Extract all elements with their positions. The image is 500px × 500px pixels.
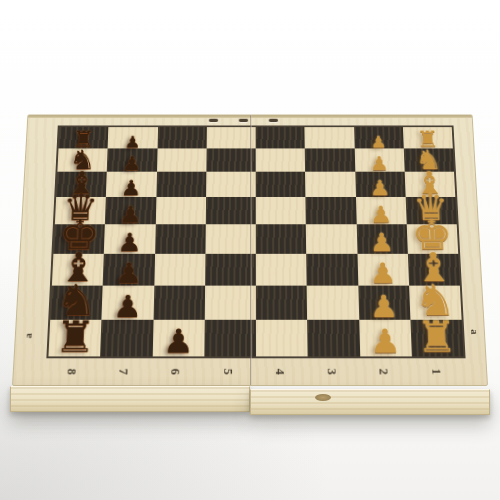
piece-black-pawn: ♟ bbox=[115, 259, 143, 287]
piece-white-bishop: ♝ bbox=[414, 168, 445, 198]
square-d8: ♛ bbox=[55, 197, 106, 224]
square-g4 bbox=[256, 286, 307, 320]
piece-white-bishop: ♝ bbox=[414, 248, 454, 288]
square-d1: ♛ bbox=[405, 197, 456, 224]
square-g3 bbox=[307, 286, 359, 320]
square-c6 bbox=[156, 172, 206, 197]
square-g7: ♟ bbox=[102, 286, 154, 320]
piece-black-bishop: ♝ bbox=[66, 168, 97, 198]
rank-labels: 87654321 bbox=[45, 364, 462, 379]
file-letter-right: a bbox=[468, 329, 480, 334]
square-h5 bbox=[204, 320, 256, 357]
square-a6 bbox=[157, 127, 207, 148]
square-d5 bbox=[206, 197, 256, 224]
square-g1: ♞ bbox=[409, 286, 462, 320]
photo-backdrop: ♜♟♟♜♞♟♟♞♝♟♟♝♛♟♟♛♚♟♟♚♝♟♟♝♞♟♟♞♜♟♟♜ 8765432… bbox=[0, 0, 500, 500]
square-b5 bbox=[206, 148, 256, 171]
square-b4 bbox=[256, 148, 306, 171]
square-g6 bbox=[153, 286, 205, 320]
square-e2: ♟ bbox=[356, 224, 407, 254]
square-a4 bbox=[256, 127, 305, 148]
square-d4 bbox=[256, 197, 306, 224]
rank-label-5: 5 bbox=[220, 369, 236, 375]
piece-white-knight: ♞ bbox=[415, 147, 442, 174]
piece-white-pawn: ♟ bbox=[370, 154, 389, 173]
square-b8: ♞ bbox=[57, 148, 107, 171]
square-d3 bbox=[306, 197, 357, 224]
piece-black-pawn: ♟ bbox=[119, 203, 142, 226]
square-c2: ♟ bbox=[355, 172, 406, 197]
rank-label-2: 2 bbox=[376, 369, 392, 375]
square-c7: ♟ bbox=[106, 172, 156, 197]
square-h1: ♜ bbox=[410, 320, 463, 357]
square-e6 bbox=[155, 224, 206, 254]
square-b7: ♟ bbox=[107, 148, 157, 171]
piece-black-pawn: ♟ bbox=[121, 178, 142, 199]
square-h3 bbox=[307, 320, 359, 357]
hinge-icon bbox=[269, 119, 278, 122]
piece-black-pawn: ♟ bbox=[117, 231, 142, 256]
square-b2: ♟ bbox=[354, 148, 404, 171]
piece-black-knight: ♞ bbox=[55, 278, 98, 321]
square-f8: ♝ bbox=[52, 254, 104, 286]
piece-black-pawn: ♟ bbox=[163, 325, 195, 358]
square-a5 bbox=[206, 127, 255, 148]
square-h7 bbox=[100, 320, 153, 357]
board-grid: ♜♟♟♜♞♟♟♞♝♟♟♝♛♟♟♛♚♟♟♚♝♟♟♝♞♟♟♞♜♟♟♜ bbox=[46, 125, 465, 358]
square-a8: ♜ bbox=[59, 127, 109, 148]
square-e1: ♚ bbox=[406, 224, 458, 254]
piece-white-pawn: ♟ bbox=[369, 259, 397, 287]
board-side-edge bbox=[10, 386, 490, 412]
board-side-right-half bbox=[250, 389, 490, 415]
square-a3 bbox=[305, 127, 355, 148]
square-g2: ♟ bbox=[358, 286, 410, 320]
piece-white-pawn: ♟ bbox=[370, 178, 391, 199]
square-a1: ♜ bbox=[403, 127, 453, 148]
rank-label-1: 1 bbox=[428, 369, 444, 375]
square-f7: ♟ bbox=[103, 254, 155, 286]
square-d2: ♟ bbox=[356, 197, 407, 224]
square-g5 bbox=[204, 286, 255, 320]
square-f6 bbox=[154, 254, 205, 286]
square-a2: ♟ bbox=[354, 127, 404, 148]
piece-black-rook: ♜ bbox=[72, 128, 95, 150]
square-f4 bbox=[256, 254, 307, 286]
square-b3 bbox=[305, 148, 355, 171]
square-g8: ♞ bbox=[50, 286, 103, 320]
square-e4 bbox=[256, 224, 307, 254]
piece-white-rook: ♜ bbox=[416, 128, 439, 150]
rank-label-4: 4 bbox=[272, 369, 288, 375]
square-c3 bbox=[305, 172, 355, 197]
hinge-icon bbox=[209, 119, 218, 122]
rank-label-7: 7 bbox=[116, 369, 132, 375]
square-e7: ♟ bbox=[104, 224, 155, 254]
square-f5 bbox=[205, 254, 256, 286]
piece-black-knight: ♞ bbox=[69, 147, 96, 174]
piece-white-pawn: ♟ bbox=[370, 203, 393, 226]
piece-black-bishop: ♝ bbox=[58, 248, 98, 288]
square-c5 bbox=[206, 172, 256, 197]
square-c4 bbox=[256, 172, 306, 197]
square-h6: ♟ bbox=[152, 320, 204, 357]
file-letter-left: a bbox=[21, 333, 33, 338]
square-f3 bbox=[306, 254, 357, 286]
square-d7: ♟ bbox=[105, 197, 156, 224]
square-d6 bbox=[155, 197, 206, 224]
rank-label-3: 3 bbox=[324, 369, 340, 375]
square-e8: ♚ bbox=[53, 224, 105, 254]
rank-label-6: 6 bbox=[168, 369, 184, 375]
piece-black-rook: ♜ bbox=[54, 315, 97, 358]
square-f1: ♝ bbox=[408, 254, 460, 286]
piece-white-pawn: ♟ bbox=[369, 325, 401, 358]
latch-knot bbox=[315, 394, 331, 401]
fold-seam bbox=[250, 115, 252, 385]
board-top-surface: ♜♟♟♜♞♟♟♞♝♟♟♝♛♟♟♛♚♟♟♚♝♟♟♝♞♟♟♞♜♟♟♜ 8765432… bbox=[12, 115, 488, 386]
square-h2: ♟ bbox=[359, 320, 412, 357]
board-side-left-half bbox=[10, 386, 250, 412]
hinge-icon bbox=[239, 119, 248, 122]
piece-white-pawn: ♟ bbox=[369, 291, 399, 322]
square-c8: ♝ bbox=[56, 172, 107, 197]
square-b1: ♞ bbox=[404, 148, 454, 171]
piece-black-pawn: ♟ bbox=[113, 291, 143, 322]
square-h4 bbox=[256, 320, 308, 357]
square-c1: ♝ bbox=[404, 172, 455, 197]
piece-black-pawn: ♟ bbox=[122, 154, 141, 173]
square-f2: ♟ bbox=[357, 254, 409, 286]
square-b6 bbox=[157, 148, 207, 171]
square-e3 bbox=[306, 224, 357, 254]
square-h8: ♜ bbox=[48, 320, 101, 357]
piece-white-rook: ♜ bbox=[415, 315, 458, 358]
square-a7: ♟ bbox=[108, 127, 158, 148]
square-e5 bbox=[205, 224, 256, 254]
rank-label-8: 8 bbox=[64, 369, 80, 375]
chess-board: ♜♟♟♜♞♟♟♞♝♟♟♝♛♟♟♛♚♟♟♚♝♟♟♝♞♟♟♞♜♟♟♜ 8765432… bbox=[12, 115, 488, 386]
piece-white-knight: ♞ bbox=[413, 278, 456, 321]
piece-white-pawn: ♟ bbox=[369, 231, 394, 256]
